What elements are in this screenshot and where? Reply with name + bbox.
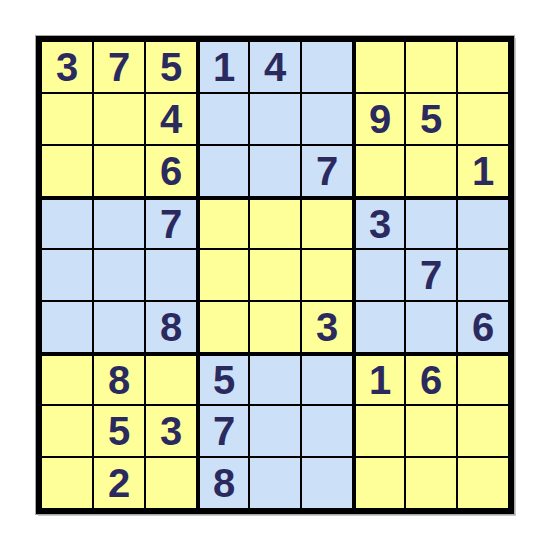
- sudoku-board: 37514495671737836851653728: [36, 36, 514, 514]
- cell-r3c4[interactable]: [198, 146, 248, 196]
- cell-r5c2[interactable]: [94, 250, 144, 300]
- cell-r9c7[interactable]: [354, 458, 404, 508]
- cell-r7c1[interactable]: [42, 354, 92, 404]
- cell-r6c2[interactable]: [94, 302, 144, 352]
- cell-r2c3[interactable]: 4: [146, 94, 196, 144]
- cell-r8c4[interactable]: 7: [198, 406, 248, 456]
- cell-r5c8[interactable]: 7: [406, 250, 456, 300]
- cell-r9c8[interactable]: [406, 458, 456, 508]
- cell-r4c8[interactable]: [406, 198, 456, 248]
- cell-r1c9[interactable]: [458, 42, 508, 92]
- cell-r1c2[interactable]: 7: [94, 42, 144, 92]
- cell-r3c2[interactable]: [94, 146, 144, 196]
- cell-r9c9[interactable]: [458, 458, 508, 508]
- cell-r4c2[interactable]: [94, 198, 144, 248]
- cell-r7c7[interactable]: 1: [354, 354, 404, 404]
- cell-r1c7[interactable]: [354, 42, 404, 92]
- cell-r9c4[interactable]: 8: [198, 458, 248, 508]
- cell-r8c6[interactable]: [302, 406, 352, 456]
- cell-r8c8[interactable]: [406, 406, 456, 456]
- cell-r4c4[interactable]: [198, 198, 248, 248]
- cell-r5c1[interactable]: [42, 250, 92, 300]
- cell-r8c7[interactable]: [354, 406, 404, 456]
- cell-r8c9[interactable]: [458, 406, 508, 456]
- cell-r3c6[interactable]: 7: [302, 146, 352, 196]
- cell-r3c8[interactable]: [406, 146, 456, 196]
- cell-r9c5[interactable]: [250, 458, 300, 508]
- cell-r9c1[interactable]: [42, 458, 92, 508]
- cell-r5c4[interactable]: [198, 250, 248, 300]
- cell-r5c9[interactable]: [458, 250, 508, 300]
- cell-r5c3[interactable]: [146, 250, 196, 300]
- cell-r7c2[interactable]: 8: [94, 354, 144, 404]
- cell-r1c8[interactable]: [406, 42, 456, 92]
- cell-r7c5[interactable]: [250, 354, 300, 404]
- cell-r7c3[interactable]: [146, 354, 196, 404]
- cell-r4c5[interactable]: [250, 198, 300, 248]
- cell-r8c5[interactable]: [250, 406, 300, 456]
- cell-r7c6[interactable]: [302, 354, 352, 404]
- cell-r6c5[interactable]: [250, 302, 300, 352]
- cell-r9c2[interactable]: 2: [94, 458, 144, 508]
- cell-r8c1[interactable]: [42, 406, 92, 456]
- cell-r5c6[interactable]: [302, 250, 352, 300]
- cell-r6c3[interactable]: 8: [146, 302, 196, 352]
- page: 37514495671737836851653728: [0, 0, 550, 550]
- cell-r2c1[interactable]: [42, 94, 92, 144]
- cell-r7c4[interactable]: 5: [198, 354, 248, 404]
- cell-r5c7[interactable]: [354, 250, 404, 300]
- cell-r3c3[interactable]: 6: [146, 146, 196, 196]
- cell-r1c6[interactable]: [302, 42, 352, 92]
- cell-r3c7[interactable]: [354, 146, 404, 196]
- cell-r6c9[interactable]: 6: [458, 302, 508, 352]
- cell-r2c4[interactable]: [198, 94, 248, 144]
- cell-r6c4[interactable]: [198, 302, 248, 352]
- cell-r6c6[interactable]: 3: [302, 302, 352, 352]
- cell-r1c1[interactable]: 3: [42, 42, 92, 92]
- cell-r3c1[interactable]: [42, 146, 92, 196]
- cell-r6c7[interactable]: [354, 302, 404, 352]
- cell-r8c2[interactable]: 5: [94, 406, 144, 456]
- cell-r4c9[interactable]: [458, 198, 508, 248]
- cell-r2c6[interactable]: [302, 94, 352, 144]
- cell-r4c1[interactable]: [42, 198, 92, 248]
- cell-r4c7[interactable]: 3: [354, 198, 404, 248]
- cell-r9c3[interactable]: [146, 458, 196, 508]
- cell-r2c7[interactable]: 9: [354, 94, 404, 144]
- cell-r3c5[interactable]: [250, 146, 300, 196]
- cell-r4c6[interactable]: [302, 198, 352, 248]
- cell-r6c8[interactable]: [406, 302, 456, 352]
- cell-r2c9[interactable]: [458, 94, 508, 144]
- cell-r2c8[interactable]: 5: [406, 94, 456, 144]
- cell-r1c5[interactable]: 4: [250, 42, 300, 92]
- cell-r2c2[interactable]: [94, 94, 144, 144]
- cell-r3c9[interactable]: 1: [458, 146, 508, 196]
- cell-r1c3[interactable]: 5: [146, 42, 196, 92]
- cell-r2c5[interactable]: [250, 94, 300, 144]
- cell-r6c1[interactable]: [42, 302, 92, 352]
- cell-r9c6[interactable]: [302, 458, 352, 508]
- cell-r8c3[interactable]: 3: [146, 406, 196, 456]
- cell-r4c3[interactable]: 7: [146, 198, 196, 248]
- cell-r7c9[interactable]: [458, 354, 508, 404]
- cell-r1c4[interactable]: 1: [198, 42, 248, 92]
- cell-r5c5[interactable]: [250, 250, 300, 300]
- cell-r7c8[interactable]: 6: [406, 354, 456, 404]
